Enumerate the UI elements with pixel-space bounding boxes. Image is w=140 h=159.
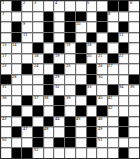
grid-cell-r1c7[interactable] (65, 1, 75, 11)
black-cell-r2c10 (97, 12, 107, 22)
black-cell-r6c11 (108, 54, 118, 64)
grid-cell-r5c2[interactable]: 14 (12, 43, 22, 53)
grid-cell-r7c2[interactable] (12, 64, 22, 74)
grid-cell-r6c2[interactable] (12, 54, 22, 64)
grid-cell-r15c9[interactable] (87, 148, 97, 158)
black-cell-r2c7 (65, 12, 75, 22)
grid-cell-r3c11[interactable] (108, 22, 118, 32)
black-cell-r3c7 (65, 22, 75, 32)
grid-cell-r14c11[interactable] (108, 138, 118, 148)
grid-cell-r3c9[interactable] (87, 22, 97, 32)
clue-number: 27 (108, 64, 113, 68)
clue-number: 47 (23, 127, 28, 131)
black-cell-r1c12 (119, 1, 129, 11)
clue-number: 50 (2, 138, 7, 142)
black-cell-r3c10 (97, 22, 107, 32)
grid-cell-r3c4[interactable] (33, 22, 43, 32)
grid-cell-r15c1[interactable] (1, 148, 11, 158)
clue-number: 3 (34, 1, 36, 5)
grid-cell-r7c1[interactable]: 23 (1, 64, 11, 74)
clue-number: 20 (87, 54, 92, 58)
grid-cell-r13c6[interactable] (54, 127, 64, 137)
grid-cell-r10c7[interactable]: 39 (65, 96, 75, 106)
black-cell-r12c7 (65, 117, 75, 127)
grid-cell-r8c12[interactable] (119, 75, 129, 85)
black-cell-r4c11 (108, 33, 118, 43)
grid-cell-r11c3[interactable] (22, 106, 32, 116)
grid-cell-r6c13[interactable] (129, 54, 139, 64)
grid-cell-r8c7[interactable] (65, 75, 75, 85)
grid-cell-r6c3[interactable] (22, 54, 32, 64)
grid-cell-r7c5[interactable] (44, 64, 54, 74)
grid-cell-r1c3[interactable]: 2 (22, 1, 32, 11)
black-cell-r10c6 (54, 96, 64, 106)
grid-cell-r9c6[interactable]: 32 (54, 85, 64, 95)
clue-number: 29 (55, 75, 60, 79)
grid-cell-r4c13[interactable] (129, 33, 139, 43)
grid-cell-r14c1[interactable]: 50 (1, 138, 11, 148)
grid-cell-r14c13[interactable] (129, 138, 139, 148)
clue-number: 11 (23, 33, 28, 37)
grid-cell-r2c1[interactable]: 7 (1, 12, 11, 22)
grid-cell-r11c9[interactable] (87, 106, 97, 116)
grid-cell-r6c1[interactable]: 17 (1, 54, 11, 64)
grid-cell-r15c8[interactable] (76, 148, 86, 158)
black-cell-r1c2 (12, 1, 22, 11)
clue-number: 8 (108, 12, 110, 16)
grid-cell-r14c3[interactable] (22, 138, 32, 148)
crossword-board: 1234567891011121314151617181920212223242… (0, 0, 140, 159)
grid-cell-r7c4[interactable]: 24 (33, 64, 43, 74)
grid-cell-r14c8[interactable] (76, 138, 86, 148)
clue-number: 37 (34, 96, 39, 100)
clue-number: 49 (98, 127, 103, 131)
grid-cell-r10c5[interactable]: 38 (44, 96, 54, 106)
grid-cell-r14c12[interactable] (119, 138, 129, 148)
black-cell-r3c12 (119, 22, 129, 32)
grid-cell-r15c6[interactable] (54, 148, 64, 158)
grid-cell-r13c8[interactable] (76, 127, 86, 137)
grid-cell-r8c11[interactable] (108, 75, 118, 85)
grid-cell-r4c8[interactable] (76, 33, 86, 43)
grid-cell-r13c5[interactable]: 48 (44, 127, 54, 137)
grid-cell-r3c1[interactable] (1, 22, 11, 32)
grid-cell-r8c6[interactable]: 29 (54, 75, 64, 85)
grid-cell-r6c7[interactable] (65, 54, 75, 64)
clue-number: 39 (66, 96, 71, 100)
grid-cell-r5c9[interactable]: 16 (87, 43, 97, 53)
grid-cell-r7c10[interactable]: 26 (97, 64, 107, 74)
clue-number: 48 (44, 127, 49, 131)
grid-cell-r5c13[interactable] (129, 43, 139, 53)
grid-cell-r9c7[interactable] (65, 85, 75, 95)
grid-cell-r9c10[interactable] (97, 85, 107, 95)
clue-number: 42 (108, 106, 113, 110)
grid-cell-r2c13[interactable] (129, 12, 139, 22)
grid-cell-r4c4[interactable] (33, 33, 43, 43)
black-cell-r12c5 (44, 117, 54, 127)
clue-number: 25 (66, 64, 71, 68)
grid-cell-r9c13[interactable]: 35 (129, 85, 139, 95)
grid-cell-r9c3[interactable] (22, 85, 32, 95)
clue-number: 30 (98, 75, 103, 79)
grid-cell-r3c6[interactable] (54, 22, 64, 32)
black-cell-r10c3 (22, 96, 32, 106)
grid-cell-r15c7[interactable] (65, 148, 75, 158)
black-cell-r14c7 (65, 138, 75, 148)
clue-number: 2 (23, 1, 25, 5)
black-cell-r5c4 (33, 43, 43, 53)
grid-cell-r13c3[interactable]: 47 (22, 127, 32, 137)
grid-cell-r10c12[interactable] (119, 96, 129, 106)
grid-cell-r6c10[interactable]: 21 (97, 54, 107, 64)
grid-cell-r6c4[interactable]: 18 (33, 54, 43, 64)
black-cell-r5c10 (97, 43, 107, 53)
clue-number: 23 (2, 64, 7, 68)
clue-number: 51 (98, 138, 103, 142)
grid-cell-r14c10[interactable]: 51 (97, 138, 107, 148)
clue-number: 17 (2, 54, 7, 58)
clue-number: 4 (55, 1, 57, 5)
clue-number: 40 (98, 96, 103, 100)
black-cell-r4c2 (12, 33, 22, 43)
grid-cell-r1c4[interactable]: 3 (33, 1, 43, 11)
grid-cell-r10c10[interactable]: 40 (97, 96, 107, 106)
grid-cell-r9c9[interactable]: 33 (87, 85, 97, 95)
grid-cell-r2c11[interactable]: 8 (108, 12, 118, 22)
grid-cell-r12c6[interactable]: 44 (54, 117, 64, 127)
black-cell-r15c2 (12, 148, 22, 158)
black-cell-r7c6 (54, 64, 64, 74)
black-cell-r12c12 (119, 117, 129, 127)
grid-cell-r3c8[interactable]: 10 (76, 22, 86, 32)
clue-number: 26 (98, 64, 103, 68)
grid-cell-r2c6[interactable] (54, 12, 64, 22)
grid-cell-r3c13[interactable] (129, 22, 139, 32)
clue-number: 7 (2, 12, 4, 16)
clue-number: 14 (12, 43, 17, 47)
grid-cell-r7c7[interactable]: 25 (65, 64, 75, 74)
clue-number: 31 (2, 85, 7, 89)
black-cell-r11c10 (97, 106, 107, 116)
black-cell-r11c6 (54, 106, 64, 116)
grid-cell-r2c3[interactable] (22, 12, 32, 22)
grid-cell-r8c8[interactable] (76, 75, 86, 85)
clue-number: 18 (34, 54, 39, 58)
clue-number: 46 (98, 117, 103, 121)
clue-number: 33 (87, 85, 92, 89)
grid-cell-r15c4[interactable]: 52 (33, 148, 43, 158)
grid-cell-r14c5[interactable] (44, 138, 54, 148)
black-cell-r6c8 (76, 54, 86, 64)
clue-number: 13 (2, 43, 7, 47)
grid-cell-r2c4[interactable] (33, 12, 43, 22)
black-cell-r6c5 (44, 54, 54, 64)
grid-cell-r2c2[interactable] (12, 12, 22, 22)
grid-cell-r11c12[interactable] (119, 106, 129, 116)
black-cell-r14c9 (87, 138, 97, 148)
grid-cell-r13c10[interactable]: 49 (97, 127, 107, 137)
grid-cell-r9c1[interactable]: 31 (1, 85, 11, 95)
clue-number: 52 (34, 148, 39, 152)
grid-cell-r12c11[interactable] (108, 117, 118, 127)
grid-cell-r8c10[interactable]: 30 (97, 75, 107, 85)
grid-cell-r12c10[interactable]: 46 (97, 117, 107, 127)
clue-number: 5 (87, 1, 89, 5)
grid-cell-r10c11[interactable]: 41 (108, 96, 118, 106)
grid-cell-r15c5[interactable] (44, 148, 54, 158)
black-cell-r5c6 (54, 43, 64, 53)
black-cell-r2c8 (76, 12, 86, 22)
grid-cell-r1c5[interactable] (44, 1, 54, 11)
grid-cell-r7c13[interactable] (129, 64, 139, 74)
clue-number: 21 (98, 54, 103, 58)
grid-cell-r11c7[interactable] (65, 106, 75, 116)
grid-cell-r5c5[interactable] (44, 43, 54, 53)
clue-number: 9 (23, 22, 25, 26)
grid-cell-r14c2[interactable] (12, 138, 22, 148)
grid-cell-r4c12[interactable]: 12 (119, 33, 129, 43)
black-cell-r13c4 (33, 127, 43, 137)
black-cell-r14c4 (33, 138, 43, 148)
grid-cell-r5c11[interactable] (108, 43, 118, 53)
black-cell-r9c8 (76, 85, 86, 95)
grid-cell-r9c12[interactable]: 34 (119, 85, 129, 95)
black-cell-r13c2 (12, 127, 22, 137)
grid-cell-r2c12[interactable] (119, 12, 129, 22)
black-cell-r5c12 (119, 43, 129, 53)
grid-cell-r15c10[interactable] (97, 148, 107, 158)
grid-cell-r1c9[interactable]: 5 (87, 1, 97, 11)
grid-cell-r10c13[interactable] (129, 96, 139, 106)
black-cell-r13c12 (119, 127, 129, 137)
grid-cell-r4c10[interactable] (97, 33, 107, 43)
grid-cell-r12c4[interactable] (33, 117, 43, 127)
grid-cell-r12c13[interactable] (129, 117, 139, 127)
clue-number: 6 (130, 1, 132, 5)
clue-number: 36 (2, 96, 7, 100)
clue-number: 16 (87, 43, 92, 47)
black-cell-r2c5 (44, 12, 54, 22)
black-cell-r14c6 (54, 138, 64, 148)
clue-number: 34 (119, 85, 124, 89)
black-cell-r13c7 (65, 127, 75, 137)
clue-number: 43 (2, 117, 7, 121)
black-cell-r11c2 (12, 106, 22, 116)
grid-cell-r1c1[interactable]: 1 (1, 1, 11, 11)
grid-cell-r6c12[interactable]: 22 (119, 54, 129, 64)
black-cell-r9c11 (108, 85, 118, 95)
black-cell-r8c1 (1, 75, 11, 85)
grid-cell-r11c11[interactable]: 42 (108, 106, 118, 116)
grid-cell-r12c8[interactable]: 45 (76, 117, 86, 127)
black-cell-r11c4 (33, 106, 43, 116)
clue-number: 32 (55, 85, 60, 89)
black-cell-r5c8 (76, 43, 86, 53)
grid-cell-r12c2[interactable] (12, 117, 22, 127)
black-cell-r3c2 (12, 22, 22, 32)
grid-cell-r10c1[interactable]: 36 (1, 96, 11, 106)
grid-cell-r15c13[interactable] (129, 148, 139, 158)
grid-cell-r10c8[interactable] (76, 96, 86, 106)
grid-cell-r1c13[interactable]: 6 (129, 1, 139, 11)
black-cell-r15c12 (119, 148, 129, 158)
grid-cell-r1c10[interactable] (97, 1, 107, 11)
grid-cell-r4c3[interactable]: 11 (22, 33, 32, 43)
black-cell-r10c9 (87, 96, 97, 106)
grid-cell-r9c2[interactable] (12, 85, 22, 95)
grid-cell-r10c4[interactable]: 37 (33, 96, 43, 106)
grid-cell-r13c1[interactable] (1, 127, 11, 137)
grid-cell-r11c5[interactable] (44, 106, 54, 116)
black-cell-r7c3 (22, 64, 32, 74)
grid-cell-r13c11[interactable] (108, 127, 118, 137)
grid-cell-r11c13[interactable] (129, 106, 139, 116)
grid-cell-r9c4[interactable] (33, 85, 43, 95)
grid-cell-r7c8[interactable] (76, 64, 86, 74)
black-cell-r1c11 (108, 1, 118, 11)
grid-cell-r8c4[interactable] (33, 75, 43, 85)
clue-number: 28 (12, 75, 17, 79)
black-cell-r8c5 (44, 75, 54, 85)
clue-number: 12 (119, 33, 124, 37)
grid-cell-r8c3[interactable] (22, 75, 32, 85)
grid-cell-r3c3[interactable]: 9 (22, 22, 32, 32)
grid-cell-r10c2[interactable] (12, 96, 22, 106)
black-cell-r8c13 (129, 75, 139, 85)
grid-cell-r8c2[interactable]: 28 (12, 75, 22, 85)
grid-cell-r7c11[interactable]: 27 (108, 64, 118, 74)
grid-cell-r6c9[interactable]: 20 (87, 54, 97, 64)
clue-number: 44 (55, 117, 60, 121)
clue-number: 38 (44, 96, 49, 100)
grid-cell-r5c7[interactable]: 15 (65, 43, 75, 53)
grid-cell-r6c6[interactable]: 19 (54, 54, 64, 64)
black-cell-r8c9 (87, 75, 97, 85)
grid-cell-r11c1[interactable] (1, 106, 11, 116)
black-cell-r13c9 (87, 127, 97, 137)
clue-number: 41 (108, 96, 113, 100)
clue-number: 45 (76, 117, 81, 121)
grid-cell-r7c12[interactable] (119, 64, 129, 74)
grid-cell-r5c1[interactable]: 13 (1, 43, 11, 53)
black-cell-r4c7 (65, 33, 75, 43)
grid-cell-r5c3[interactable] (22, 43, 32, 53)
grid-cell-r1c8[interactable] (76, 1, 86, 11)
black-cell-r3c5 (44, 22, 54, 32)
grid-cell-r2c9[interactable] (87, 12, 97, 22)
black-cell-r4c9 (87, 33, 97, 43)
black-cell-r11c8 (76, 106, 86, 116)
black-cell-r12c3 (22, 117, 32, 127)
grid-cell-r13c13[interactable] (129, 127, 139, 137)
clue-number: 19 (55, 54, 60, 58)
black-cell-r4c5 (44, 33, 54, 43)
grid-cell-r12c1[interactable]: 43 (1, 117, 11, 127)
grid-cell-r1c6[interactable]: 4 (54, 1, 64, 11)
black-cell-r12c9 (87, 117, 97, 127)
grid-cell-r4c1[interactable] (1, 33, 11, 43)
clue-number: 1 (2, 1, 4, 5)
grid-cell-r15c11[interactable] (108, 148, 118, 158)
clue-number: 22 (119, 54, 124, 58)
clue-number: 24 (34, 64, 39, 68)
clue-number: 10 (76, 22, 81, 26)
clue-number: 15 (66, 43, 71, 47)
grid-cell-r4c6[interactable] (54, 33, 64, 43)
black-cell-r15c3 (22, 148, 32, 158)
black-cell-r7c9 (87, 64, 97, 74)
black-cell-r9c5 (44, 85, 54, 95)
clue-number: 35 (130, 85, 135, 89)
